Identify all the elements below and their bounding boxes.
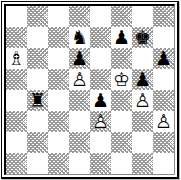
square-e2[interactable] — [90, 132, 111, 153]
square-a3[interactable] — [6, 111, 27, 132]
square-a4[interactable] — [6, 90, 27, 111]
square-g7[interactable]: ♚ — [132, 27, 153, 48]
square-c5[interactable] — [48, 69, 69, 90]
square-h5[interactable] — [153, 69, 174, 90]
black-pawn-piece: ♟ — [153, 48, 174, 69]
square-d2[interactable] — [69, 132, 90, 153]
white-pawn-outline-glyph: ♙ — [132, 90, 153, 111]
square-c7[interactable] — [48, 27, 69, 48]
square-b5[interactable] — [27, 69, 48, 90]
square-g8[interactable] — [132, 6, 153, 27]
square-h3[interactable]: ♟♙ — [153, 111, 174, 132]
square-f1[interactable] — [111, 153, 132, 174]
white-bishop-piece: ♝♗ — [6, 48, 27, 69]
square-a2[interactable] — [6, 132, 27, 153]
square-a1[interactable] — [6, 153, 27, 174]
square-e8[interactable] — [90, 6, 111, 27]
black-king-glyph: ♚ — [132, 27, 153, 48]
square-b3[interactable] — [27, 111, 48, 132]
black-pawn-piece: ♟ — [132, 69, 153, 90]
square-b4[interactable]: ♜ — [27, 90, 48, 111]
black-pawn-glyph: ♟ — [153, 48, 174, 69]
white-pawn-piece: ♟♙ — [153, 111, 174, 132]
square-d5[interactable]: ♟♙ — [69, 69, 90, 90]
white-king-outline-glyph: ♔ — [111, 69, 132, 90]
square-h1[interactable] — [153, 153, 174, 174]
square-b1[interactable] — [27, 153, 48, 174]
black-pawn-piece: ♟ — [90, 90, 111, 111]
white-pawn-piece: ♟♙ — [132, 90, 153, 111]
white-pawn-piece: ♟♙ — [69, 69, 90, 90]
square-f4[interactable] — [111, 90, 132, 111]
square-e7[interactable] — [90, 27, 111, 48]
square-c8[interactable] — [48, 6, 69, 27]
white-pawn-outline-glyph: ♙ — [153, 111, 174, 132]
square-d1[interactable] — [69, 153, 90, 174]
black-rook-piece: ♜ — [27, 90, 48, 111]
square-b2[interactable] — [27, 132, 48, 153]
white-king-piece: ♚♔ — [111, 69, 132, 90]
square-h4[interactable] — [153, 90, 174, 111]
square-d4[interactable] — [69, 90, 90, 111]
square-d3[interactable] — [69, 111, 90, 132]
white-pawn-outline-glyph: ♙ — [69, 69, 90, 90]
square-d6[interactable]: ♟ — [69, 48, 90, 69]
square-d8[interactable] — [69, 6, 90, 27]
square-a7[interactable] — [6, 27, 27, 48]
square-c4[interactable] — [48, 90, 69, 111]
square-e5[interactable] — [90, 69, 111, 90]
chess-board: ♞♟♚♝♗♟♟♟♙♚♔♟♜♟♟♙♟♙♟♙ — [6, 6, 174, 174]
square-a6[interactable]: ♝♗ — [6, 48, 27, 69]
square-f5[interactable]: ♚♔ — [111, 69, 132, 90]
square-h8[interactable] — [153, 6, 174, 27]
square-c6[interactable] — [48, 48, 69, 69]
white-pawn-outline-glyph: ♙ — [90, 111, 111, 132]
black-pawn-piece: ♟ — [69, 48, 90, 69]
white-bishop-outline-glyph: ♗ — [6, 48, 27, 69]
square-g2[interactable] — [132, 132, 153, 153]
black-pawn-glyph: ♟ — [69, 48, 90, 69]
square-f2[interactable] — [111, 132, 132, 153]
white-pawn-piece: ♟♙ — [90, 111, 111, 132]
square-g3[interactable] — [132, 111, 153, 132]
black-rook-glyph: ♜ — [27, 90, 48, 111]
black-pawn-glyph: ♟ — [132, 69, 153, 90]
board-frame-inner: ♞♟♚♝♗♟♟♟♙♚♔♟♜♟♟♙♟♙♟♙ — [4, 4, 175, 175]
square-e6[interactable] — [90, 48, 111, 69]
square-g1[interactable] — [132, 153, 153, 174]
square-c2[interactable] — [48, 132, 69, 153]
square-b7[interactable] — [27, 27, 48, 48]
square-c3[interactable] — [48, 111, 69, 132]
square-f3[interactable] — [111, 111, 132, 132]
square-f8[interactable] — [111, 6, 132, 27]
black-knight-glyph: ♞ — [69, 27, 90, 48]
black-pawn-piece: ♟ — [111, 27, 132, 48]
square-a8[interactable] — [6, 6, 27, 27]
black-knight-piece: ♞ — [69, 27, 90, 48]
square-g6[interactable] — [132, 48, 153, 69]
square-h2[interactable] — [153, 132, 174, 153]
square-f6[interactable] — [111, 48, 132, 69]
square-a5[interactable] — [6, 69, 27, 90]
square-b6[interactable] — [27, 48, 48, 69]
square-g5[interactable]: ♟ — [132, 69, 153, 90]
square-h7[interactable] — [153, 27, 174, 48]
black-pawn-glyph: ♟ — [111, 27, 132, 48]
black-king-piece: ♚ — [132, 27, 153, 48]
square-g4[interactable]: ♟♙ — [132, 90, 153, 111]
square-d7[interactable]: ♞ — [69, 27, 90, 48]
square-f7[interactable]: ♟ — [111, 27, 132, 48]
square-e3[interactable]: ♟♙ — [90, 111, 111, 132]
board-frame: ♞♟♚♝♗♟♟♟♙♚♔♟♜♟♟♙♟♙♟♙ — [1, 1, 179, 179]
square-c1[interactable] — [48, 153, 69, 174]
square-e4[interactable]: ♟ — [90, 90, 111, 111]
square-e1[interactable] — [90, 153, 111, 174]
square-b8[interactable] — [27, 6, 48, 27]
square-h6[interactable]: ♟ — [153, 48, 174, 69]
black-pawn-glyph: ♟ — [90, 90, 111, 111]
